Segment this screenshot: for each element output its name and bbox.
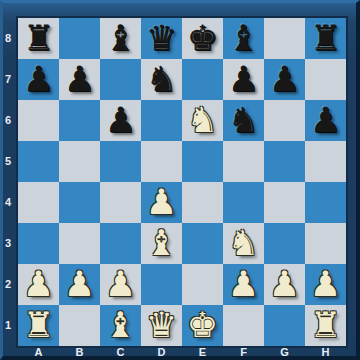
square-f7[interactable]: ♟ (223, 59, 264, 100)
piece-white-pawn: ♟ (223, 264, 264, 305)
square-h8[interactable]: ♜ (305, 18, 346, 59)
piece-white-pawn: ♟ (59, 264, 100, 305)
piece-white-rook: ♜ (18, 305, 59, 346)
square-g5[interactable] (264, 141, 305, 182)
piece-black-pawn: ♟ (18, 59, 59, 100)
piece-black-pawn: ♟ (100, 100, 141, 141)
square-b5[interactable] (59, 141, 100, 182)
square-f4[interactable] (223, 182, 264, 223)
rank-label-6: 6 (0, 100, 16, 141)
board: ♜♝♛♚♝♜♟♟♞♟♟♟♞♞♟♟♝♞♟♟♟♟♟♟♜♝♛♚♜ (18, 18, 346, 346)
square-e7[interactable] (182, 59, 223, 100)
square-c4[interactable] (100, 182, 141, 223)
rank-label-5: 5 (0, 141, 16, 182)
rank-label-8: 8 (0, 18, 16, 59)
rank-label-2: 2 (0, 264, 16, 305)
square-a3[interactable] (18, 223, 59, 264)
chess-board-frame: ♜♝♛♚♝♜♟♟♞♟♟♟♞♞♟♟♝♞♟♟♟♟♟♟♜♝♛♚♜ 87654321 A… (0, 0, 360, 360)
square-c3[interactable] (100, 223, 141, 264)
square-b6[interactable] (59, 100, 100, 141)
square-h6[interactable]: ♟ (305, 100, 346, 141)
file-label-d: D (141, 346, 182, 360)
piece-black-bishop: ♝ (223, 18, 264, 59)
piece-black-pawn: ♟ (59, 59, 100, 100)
square-d1[interactable]: ♛ (141, 305, 182, 346)
piece-white-bishop: ♝ (100, 305, 141, 346)
square-a5[interactable] (18, 141, 59, 182)
square-b2[interactable]: ♟ (59, 264, 100, 305)
piece-white-rook: ♜ (305, 305, 346, 346)
square-d5[interactable] (141, 141, 182, 182)
square-g3[interactable] (264, 223, 305, 264)
piece-black-king: ♚ (182, 18, 223, 59)
square-d7[interactable]: ♞ (141, 59, 182, 100)
piece-black-rook: ♜ (18, 18, 59, 59)
piece-black-bishop: ♝ (100, 18, 141, 59)
square-d3[interactable]: ♝ (141, 223, 182, 264)
square-f5[interactable] (223, 141, 264, 182)
piece-white-pawn: ♟ (264, 264, 305, 305)
file-label-a: A (18, 346, 59, 360)
rank-label-4: 4 (0, 182, 16, 223)
square-c7[interactable] (100, 59, 141, 100)
square-d8[interactable]: ♛ (141, 18, 182, 59)
square-e3[interactable] (182, 223, 223, 264)
square-e4[interactable] (182, 182, 223, 223)
square-e6[interactable]: ♞ (182, 100, 223, 141)
square-c2[interactable]: ♟ (100, 264, 141, 305)
square-f3[interactable]: ♞ (223, 223, 264, 264)
piece-black-queen: ♛ (141, 18, 182, 59)
square-a7[interactable]: ♟ (18, 59, 59, 100)
square-h1[interactable]: ♜ (305, 305, 346, 346)
rank-labels: 87654321 (0, 18, 18, 346)
square-h2[interactable]: ♟ (305, 264, 346, 305)
square-g7[interactable]: ♟ (264, 59, 305, 100)
square-f8[interactable]: ♝ (223, 18, 264, 59)
square-a6[interactable] (18, 100, 59, 141)
square-b3[interactable] (59, 223, 100, 264)
square-g2[interactable]: ♟ (264, 264, 305, 305)
square-h4[interactable] (305, 182, 346, 223)
piece-black-knight: ♞ (141, 59, 182, 100)
piece-white-pawn: ♟ (18, 264, 59, 305)
square-d4[interactable]: ♟ (141, 182, 182, 223)
file-labels: ABCDEFGH (18, 346, 346, 360)
square-c1[interactable]: ♝ (100, 305, 141, 346)
square-g4[interactable] (264, 182, 305, 223)
square-f2[interactable]: ♟ (223, 264, 264, 305)
piece-white-pawn: ♟ (305, 264, 346, 305)
file-label-e: E (182, 346, 223, 360)
piece-black-pawn: ♟ (223, 59, 264, 100)
piece-white-knight: ♞ (223, 223, 264, 264)
square-d6[interactable] (141, 100, 182, 141)
square-b8[interactable] (59, 18, 100, 59)
square-g1[interactable] (264, 305, 305, 346)
square-g8[interactable] (264, 18, 305, 59)
square-a1[interactable]: ♜ (18, 305, 59, 346)
square-f1[interactable] (223, 305, 264, 346)
square-b4[interactable] (59, 182, 100, 223)
piece-white-knight: ♞ (182, 100, 223, 141)
piece-black-knight: ♞ (223, 100, 264, 141)
piece-black-pawn: ♟ (264, 59, 305, 100)
square-c6[interactable]: ♟ (100, 100, 141, 141)
piece-white-queen: ♛ (141, 305, 182, 346)
square-e2[interactable] (182, 264, 223, 305)
square-b7[interactable]: ♟ (59, 59, 100, 100)
square-h7[interactable] (305, 59, 346, 100)
square-e1[interactable]: ♚ (182, 305, 223, 346)
piece-black-rook: ♜ (305, 18, 346, 59)
square-b1[interactable] (59, 305, 100, 346)
file-label-f: F (223, 346, 264, 360)
square-a2[interactable]: ♟ (18, 264, 59, 305)
piece-white-bishop: ♝ (141, 223, 182, 264)
square-c8[interactable]: ♝ (100, 18, 141, 59)
rank-label-7: 7 (0, 59, 16, 100)
square-h5[interactable] (305, 141, 346, 182)
file-label-c: C (100, 346, 141, 360)
square-g6[interactable] (264, 100, 305, 141)
piece-white-pawn: ♟ (100, 264, 141, 305)
piece-white-pawn: ♟ (141, 182, 182, 223)
file-label-b: B (59, 346, 100, 360)
piece-white-king: ♚ (182, 305, 223, 346)
square-e5[interactable] (182, 141, 223, 182)
piece-black-pawn: ♟ (305, 100, 346, 141)
square-f6[interactable]: ♞ (223, 100, 264, 141)
square-e8[interactable]: ♚ (182, 18, 223, 59)
rank-label-3: 3 (0, 223, 16, 264)
square-a4[interactable] (18, 182, 59, 223)
square-a8[interactable]: ♜ (18, 18, 59, 59)
square-d2[interactable] (141, 264, 182, 305)
square-c5[interactable] (100, 141, 141, 182)
rank-label-1: 1 (0, 305, 16, 346)
square-h3[interactable] (305, 223, 346, 264)
file-label-h: H (305, 346, 346, 360)
file-label-g: G (264, 346, 305, 360)
